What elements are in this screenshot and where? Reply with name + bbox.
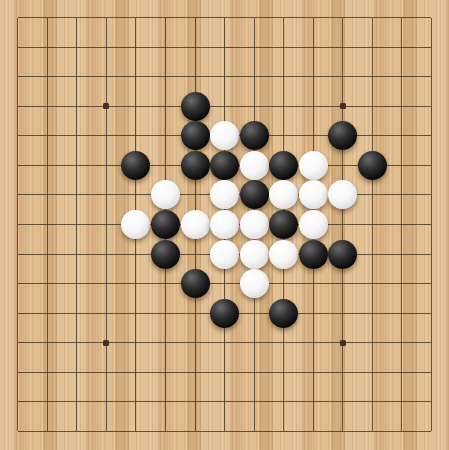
stone-white-h8 bbox=[210, 210, 239, 239]
stone-white-i7 bbox=[240, 240, 269, 269]
stone-black-i11 bbox=[240, 121, 269, 150]
stone-white-k8 bbox=[299, 210, 328, 239]
stone-white-h7 bbox=[210, 240, 239, 269]
stone-black-k7 bbox=[299, 240, 328, 269]
stone-black-j10 bbox=[269, 151, 298, 180]
grid-line-vertical bbox=[401, 18, 402, 432]
grid-line-vertical bbox=[372, 18, 373, 432]
star-point bbox=[103, 103, 109, 109]
stone-white-i6 bbox=[240, 269, 269, 298]
stone-black-h5 bbox=[210, 299, 239, 328]
star-point bbox=[103, 340, 109, 346]
stone-black-g12 bbox=[181, 92, 210, 121]
stone-white-g8 bbox=[181, 210, 210, 239]
stone-black-h10 bbox=[210, 151, 239, 180]
stone-white-i10 bbox=[240, 151, 269, 180]
stone-white-j7 bbox=[269, 240, 298, 269]
stone-black-g6 bbox=[181, 269, 210, 298]
gomoku-board[interactable] bbox=[0, 0, 449, 450]
stone-black-l11 bbox=[328, 121, 357, 150]
stone-white-h9 bbox=[210, 180, 239, 209]
stone-black-g10 bbox=[181, 151, 210, 180]
stone-white-i8 bbox=[240, 210, 269, 239]
grid-line-vertical bbox=[342, 18, 343, 432]
stone-black-j5 bbox=[269, 299, 298, 328]
stone-white-e8 bbox=[121, 210, 150, 239]
grid-line-horizontal bbox=[18, 401, 432, 402]
stone-white-k9 bbox=[299, 180, 328, 209]
stone-black-j8 bbox=[269, 210, 298, 239]
star-point bbox=[340, 340, 346, 346]
stone-white-l9 bbox=[328, 180, 357, 209]
star-point bbox=[340, 103, 346, 109]
grid-line-horizontal bbox=[18, 283, 432, 284]
grid-line-horizontal bbox=[18, 342, 432, 343]
stone-black-i9 bbox=[240, 180, 269, 209]
grid-line-horizontal bbox=[18, 372, 432, 373]
stone-black-f7 bbox=[151, 240, 180, 269]
stone-black-g11 bbox=[181, 121, 210, 150]
stone-black-e10 bbox=[121, 151, 150, 180]
stone-white-k10 bbox=[299, 151, 328, 180]
stone-white-f9 bbox=[151, 180, 180, 209]
stone-black-m10 bbox=[358, 151, 387, 180]
grid-line-vertical bbox=[431, 18, 432, 432]
grid-line-horizontal bbox=[18, 431, 432, 432]
stone-white-j9 bbox=[269, 180, 298, 209]
stone-black-l7 bbox=[328, 240, 357, 269]
stone-black-f8 bbox=[151, 210, 180, 239]
stone-white-h11 bbox=[210, 121, 239, 150]
